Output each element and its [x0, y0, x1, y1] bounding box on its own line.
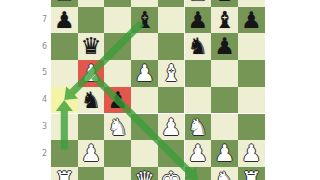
black-king-g8[interactable]: ♚: [211, 0, 238, 7]
square-d8[interactable]: [131, 0, 158, 7]
square-a5[interactable]: [51, 60, 78, 87]
black-rook-a8[interactable]: ♜: [51, 0, 78, 7]
square-c7[interactable]: [104, 7, 131, 34]
square-b3[interactable]: [78, 114, 105, 141]
white-knight-c3[interactable]: ♞: [104, 114, 131, 141]
white-rook-a1[interactable]: ♜: [51, 167, 78, 180]
square-b1[interactable]: [78, 167, 105, 180]
black-knight-b4[interactable]: ♞: [78, 87, 105, 114]
square-d3[interactable]: [131, 114, 158, 141]
white-rook-h1[interactable]: ♜: [238, 167, 265, 180]
black-knight-f6[interactable]: ♞: [185, 33, 212, 60]
rank-label-6: 6: [34, 43, 47, 51]
white-pawn-h2[interactable]: ♟: [238, 140, 265, 167]
black-pawn-g6[interactable]: ♟: [211, 33, 238, 60]
white-pawn-b2[interactable]: ♟: [78, 140, 105, 167]
white-pawn-d5[interactable]: ♟: [131, 60, 158, 87]
square-g3[interactable]: [211, 114, 238, 141]
white-knight-f3[interactable]: ♞: [185, 114, 212, 141]
rank-label-7: 7: [34, 16, 47, 24]
rank-label-4: 4: [34, 96, 47, 104]
square-h8[interactable]: [238, 0, 265, 7]
square-e2[interactable]: [158, 140, 185, 167]
black-queen-b6[interactable]: ♛: [78, 33, 105, 60]
square-c8[interactable]: [104, 0, 131, 7]
chess-board: ♜♜♚♟♝♟♝♟♛♞♟♟♟♝♞♟♞♟♞♟♟♟♟♜♛♚♞♜: [51, 0, 265, 180]
square-e8[interactable]: [158, 0, 185, 7]
square-f5[interactable]: [185, 60, 212, 87]
square-c1[interactable]: [104, 167, 131, 180]
white-king-e1[interactable]: ♚: [158, 167, 185, 180]
square-h5[interactable]: [238, 60, 265, 87]
square-c5[interactable]: [104, 60, 131, 87]
square-a3[interactable]: [51, 114, 78, 141]
black-rook-f8[interactable]: ♜: [185, 0, 212, 7]
black-pawn-h7[interactable]: ♟: [238, 7, 265, 34]
chess-app-frame: ♜♜♚♟♝♟♝♟♛♞♟♟♟♝♞♟♞♟♞♟♟♟♟♜♛♚♞♜ 765432: [0, 0, 320, 180]
square-h3[interactable]: [238, 114, 265, 141]
square-g4[interactable]: [211, 87, 238, 114]
square-b7[interactable]: [78, 7, 105, 34]
white-bishop-e5[interactable]: ♝: [158, 60, 185, 87]
black-pawn-c4[interactable]: ♟: [104, 87, 131, 114]
square-f1[interactable]: [185, 167, 212, 180]
square-h4[interactable]: [238, 87, 265, 114]
square-b8[interactable]: [78, 0, 105, 7]
square-a4[interactable]: [51, 87, 78, 114]
black-pawn-f7[interactable]: ♟: [185, 7, 212, 34]
square-a6[interactable]: [51, 33, 78, 60]
rank-label-2: 2: [34, 150, 47, 158]
square-a2[interactable]: [51, 140, 78, 167]
square-d6[interactable]: [131, 33, 158, 60]
square-c2[interactable]: [104, 140, 131, 167]
rank-label-5: 5: [34, 69, 47, 77]
square-e4[interactable]: [158, 87, 185, 114]
black-bishop-g7[interactable]: ♝: [211, 7, 238, 34]
square-c6[interactable]: [104, 33, 131, 60]
square-h6[interactable]: [238, 33, 265, 60]
square-e7[interactable]: [158, 7, 185, 34]
square-d4[interactable]: [131, 87, 158, 114]
white-pawn-b5[interactable]: ♟: [78, 60, 105, 87]
square-e6[interactable]: [158, 33, 185, 60]
white-pawn-g2[interactable]: ♟: [211, 140, 238, 167]
white-queen-d1[interactable]: ♛: [131, 167, 158, 180]
white-pawn-e3[interactable]: ♟: [158, 114, 185, 141]
white-pawn-f2[interactable]: ♟: [185, 140, 212, 167]
black-bishop-d7[interactable]: ♝: [131, 7, 158, 34]
rank-label-3: 3: [34, 123, 47, 131]
square-g5[interactable]: [211, 60, 238, 87]
white-knight-g1[interactable]: ♞: [211, 167, 238, 180]
black-pawn-a7[interactable]: ♟: [51, 7, 78, 34]
square-f4[interactable]: [185, 87, 212, 114]
square-d2[interactable]: [131, 140, 158, 167]
